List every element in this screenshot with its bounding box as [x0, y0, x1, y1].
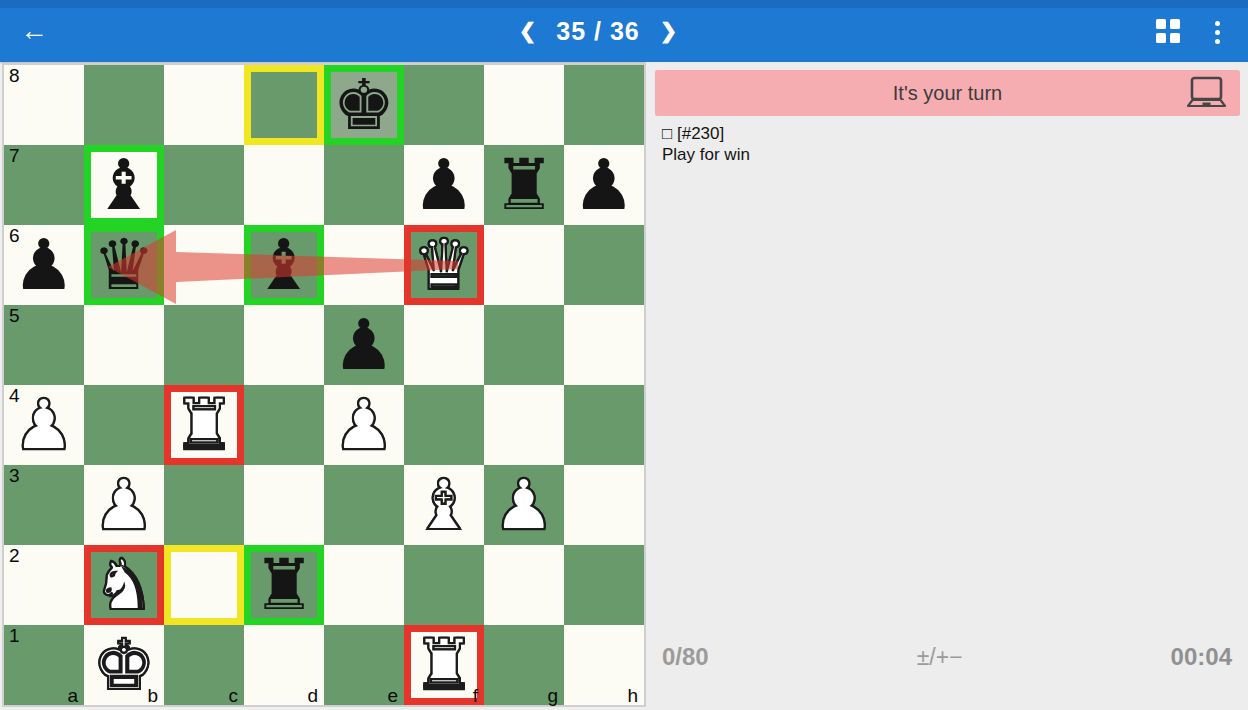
piece-white-pawn[interactable]: ♟: [84, 465, 164, 545]
side-panel: It's your turn □ [#230] Play for win 0/8…: [646, 62, 1248, 710]
turn-banner-text: It's your turn: [655, 70, 1240, 116]
piece-black-rook[interactable]: ♜: [484, 145, 564, 225]
turn-banner: It's your turn: [655, 70, 1240, 116]
square-a1[interactable]: 1a: [4, 625, 84, 705]
square-a6[interactable]: 6♟: [4, 225, 84, 305]
piece-black-pawn[interactable]: ♟: [324, 305, 404, 385]
rank-label-8: 8: [9, 65, 20, 87]
grid-square: [1170, 33, 1180, 43]
square-b5[interactable]: [84, 305, 164, 385]
square-g1[interactable]: g: [484, 625, 564, 705]
square-c7[interactable]: [164, 145, 244, 225]
square-g6[interactable]: [484, 225, 564, 305]
square-c4[interactable]: ♜: [164, 385, 244, 465]
stats-row: 0/80 ±/+− 00:04: [662, 643, 1232, 671]
evaluation-label: ±/+−: [917, 644, 963, 671]
square-c1[interactable]: c: [164, 625, 244, 705]
square-f2[interactable]: [404, 545, 484, 625]
file-label-f: f: [473, 685, 478, 707]
puzzle-info: □ [#230] Play for win: [662, 123, 750, 165]
square-b3[interactable]: ♟: [84, 465, 164, 545]
file-label-h: h: [627, 685, 638, 707]
square-e1[interactable]: e: [324, 625, 404, 705]
square-h3[interactable]: [564, 465, 644, 545]
puzzle-id: □ [#230]: [662, 123, 750, 144]
square-a3[interactable]: 3: [4, 465, 84, 545]
status-bar: [0, 0, 1248, 8]
square-d6[interactable]: ♝: [244, 225, 324, 305]
rank-label-2: 2: [9, 545, 20, 567]
square-d3[interactable]: [244, 465, 324, 545]
file-label-g: g: [547, 685, 558, 707]
square-d8[interactable]: [244, 65, 324, 145]
square-d1[interactable]: d: [244, 625, 324, 705]
chess-board-frame: 8♚7♝♟♜♟6♟♛♝♛5♟4♟♜♟3♟♝♟2♞♜1ab♚cdef♜gh: [2, 63, 646, 707]
square-h8[interactable]: [564, 65, 644, 145]
next-puzzle-button[interactable]: ❯: [660, 19, 678, 43]
score-progress: 0/80: [662, 643, 709, 671]
square-a4[interactable]: 4♟: [4, 385, 84, 465]
square-a2[interactable]: 2: [4, 545, 84, 625]
chess-board[interactable]: 8♚7♝♟♜♟6♟♛♝♛5♟4♟♜♟3♟♝♟2♞♜1ab♚cdef♜gh: [4, 65, 644, 705]
piece-white-pawn[interactable]: ♟: [324, 385, 404, 465]
timer: 00:04: [1171, 643, 1232, 671]
square-d2[interactable]: ♜: [244, 545, 324, 625]
square-b8[interactable]: [84, 65, 164, 145]
piece-white-bishop[interactable]: ♝: [404, 465, 484, 545]
grid-square: [1156, 33, 1166, 43]
rank-label-3: 3: [9, 465, 20, 487]
square-f1[interactable]: f♜: [404, 625, 484, 705]
square-a5[interactable]: 5: [4, 305, 84, 385]
square-h5[interactable]: [564, 305, 644, 385]
grid-square: [1170, 19, 1180, 29]
grid-square: [1156, 19, 1166, 29]
menu-dot: [1215, 21, 1220, 26]
square-b6[interactable]: ♛: [84, 225, 164, 305]
square-g3[interactable]: ♟: [484, 465, 564, 545]
back-arrow-icon: ←: [20, 15, 48, 47]
piece-black-queen[interactable]: ♛: [84, 225, 164, 305]
rank-label-6: 6: [9, 225, 20, 247]
previous-puzzle-button[interactable]: ❮: [519, 19, 537, 43]
piece-black-pawn[interactable]: ♟: [564, 145, 644, 225]
square-b7[interactable]: ♝: [84, 145, 164, 225]
square-a7[interactable]: 7: [4, 145, 84, 225]
square-h1[interactable]: h: [564, 625, 644, 705]
piece-white-queen[interactable]: ♛: [404, 225, 484, 305]
square-d5[interactable]: [244, 305, 324, 385]
rank-label-4: 4: [9, 385, 20, 407]
square-c6[interactable]: [164, 225, 244, 305]
menu-dot: [1215, 30, 1220, 35]
square-g2[interactable]: [484, 545, 564, 625]
piece-black-king[interactable]: ♚: [324, 65, 404, 145]
file-label-a: a: [67, 685, 78, 707]
piece-white-rook[interactable]: ♜: [164, 385, 244, 465]
piece-white-pawn[interactable]: ♟: [484, 465, 564, 545]
square-f7[interactable]: ♟: [404, 145, 484, 225]
square-e3[interactable]: [324, 465, 404, 545]
square-b4[interactable]: [84, 385, 164, 465]
square-d4[interactable]: [244, 385, 324, 465]
piece-black-bishop[interactable]: ♝: [84, 145, 164, 225]
menu-dot: [1215, 39, 1220, 44]
overflow-menu-icon[interactable]: [1210, 17, 1224, 47]
puzzle-counter: 35 / 36: [556, 17, 639, 46]
file-label-c: c: [229, 685, 239, 707]
square-f4[interactable]: [404, 385, 484, 465]
square-e8[interactable]: ♚: [324, 65, 404, 145]
square-g8[interactable]: [484, 65, 564, 145]
laptop-icon[interactable]: [1184, 75, 1228, 111]
square-h2[interactable]: [564, 545, 644, 625]
square-b2[interactable]: ♞: [84, 545, 164, 625]
square-g4[interactable]: [484, 385, 564, 465]
square-d7[interactable]: [244, 145, 324, 225]
square-a8[interactable]: 8: [4, 65, 84, 145]
file-label-e: e: [387, 685, 398, 707]
piece-white-knight[interactable]: ♞: [84, 545, 164, 625]
square-f6[interactable]: ♛: [404, 225, 484, 305]
square-f5[interactable]: [404, 305, 484, 385]
square-e7[interactable]: [324, 145, 404, 225]
piece-black-rook[interactable]: ♜: [244, 545, 324, 625]
square-c3[interactable]: [164, 465, 244, 545]
back-button[interactable]: ←: [14, 8, 54, 54]
rank-label-7: 7: [9, 145, 20, 167]
square-e6[interactable]: [324, 225, 404, 305]
app-screen: ← ❮ 35 / 36 ❯ 8♚7♝♟♜♟6♟♛♝♛5♟4♟♜♟3♟♝♟2♞♜1…: [0, 0, 1248, 710]
puzzle-task: Play for win: [662, 144, 750, 165]
square-c5[interactable]: [164, 305, 244, 385]
square-h7[interactable]: ♟: [564, 145, 644, 225]
square-g5[interactable]: [484, 305, 564, 385]
grid-view-icon[interactable]: [1156, 19, 1180, 43]
piece-black-pawn[interactable]: ♟: [404, 145, 484, 225]
square-f3[interactable]: ♝: [404, 465, 484, 545]
app-bar: ← ❮ 35 / 36 ❯: [0, 0, 1248, 62]
square-h6[interactable]: [564, 225, 644, 305]
square-e2[interactable]: [324, 545, 404, 625]
puzzle-pager: ❮ 35 / 36 ❯: [519, 8, 678, 54]
square-b1[interactable]: b♚: [84, 625, 164, 705]
rank-label-1: 1: [9, 625, 20, 647]
square-e4[interactable]: ♟: [324, 385, 404, 465]
square-f8[interactable]: [404, 65, 484, 145]
square-e5[interactable]: ♟: [324, 305, 404, 385]
square-h4[interactable]: [564, 385, 644, 465]
file-label-d: d: [307, 685, 318, 707]
rank-label-5: 5: [9, 305, 20, 327]
square-c2[interactable]: [164, 545, 244, 625]
file-label-b: b: [147, 685, 158, 707]
square-c8[interactable]: [164, 65, 244, 145]
square-g7[interactable]: ♜: [484, 145, 564, 225]
piece-black-bishop[interactable]: ♝: [244, 225, 324, 305]
